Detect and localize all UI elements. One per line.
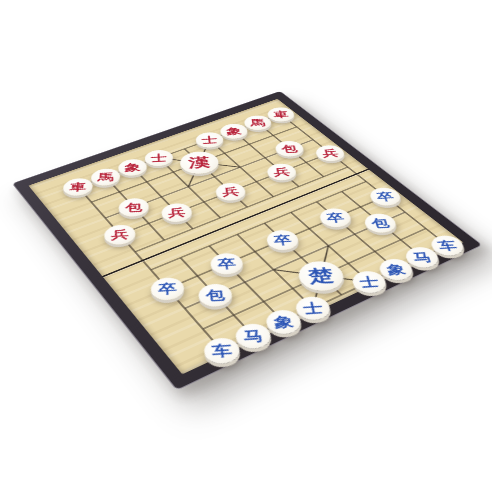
board-wood-surface: 車馬象士士象馬車漢包包兵兵兵兵兵卒卒卒卒卒包包楚车马象士士象马车 (28, 99, 463, 374)
piece-red-soldier-3[interactable]: 兵 (215, 182, 246, 201)
piece-blue-soldier-2[interactable]: 卒 (210, 252, 244, 275)
piece-red-chariot-left[interactable]: 車 (63, 178, 93, 197)
piece-red-advisor-right[interactable]: 士 (195, 132, 224, 148)
piece-blue-cannon-left[interactable]: 包 (198, 283, 233, 307)
piece-red-soldier-4[interactable]: 兵 (266, 163, 298, 181)
piece-red-horse-left[interactable]: 馬 (91, 168, 120, 186)
pieces-layer: 車馬象士士象馬車漢包包兵兵兵兵兵卒卒卒卒卒包包楚车马象士士象马车 (78, 114, 447, 350)
product-photo-scene: 車馬象士士象馬車漢包包兵兵兵兵兵卒卒卒卒卒包包楚车马象士士象马车 (0, 0, 492, 492)
piece-red-elephant-right[interactable]: 象 (220, 123, 249, 139)
piece-red-horse-right[interactable]: 馬 (243, 115, 272, 131)
xiangqi-board: 車馬象士士象馬車漢包包兵兵兵兵兵卒卒卒卒卒包包楚车马象士士象马车 (12, 91, 483, 391)
play-area: 車馬象士士象馬車漢包包兵兵兵兵兵卒卒卒卒卒包包楚车马象士士象马车 (78, 114, 447, 350)
piece-blue-general[interactable]: 楚 (296, 260, 347, 292)
piece-red-elephant-left[interactable]: 象 (118, 159, 147, 177)
piece-red-soldier-2[interactable]: 兵 (161, 203, 192, 223)
piece-blue-soldier-3[interactable]: 卒 (265, 229, 300, 250)
piece-blue-cannon-right[interactable]: 包 (362, 213, 398, 234)
piece-blue-soldier-4[interactable]: 卒 (318, 208, 353, 228)
piece-red-general[interactable]: 漢 (179, 151, 219, 175)
piece-red-cannon-right[interactable]: 包 (274, 140, 305, 157)
piece-blue-soldier-1[interactable]: 卒 (151, 277, 185, 301)
piece-red-advisor-left[interactable]: 士 (145, 149, 174, 166)
piece-red-cannon-left[interactable]: 包 (119, 198, 149, 218)
piece-red-soldier-1[interactable]: 兵 (104, 224, 135, 245)
piece-red-chariot-right[interactable]: 車 (266, 107, 295, 122)
